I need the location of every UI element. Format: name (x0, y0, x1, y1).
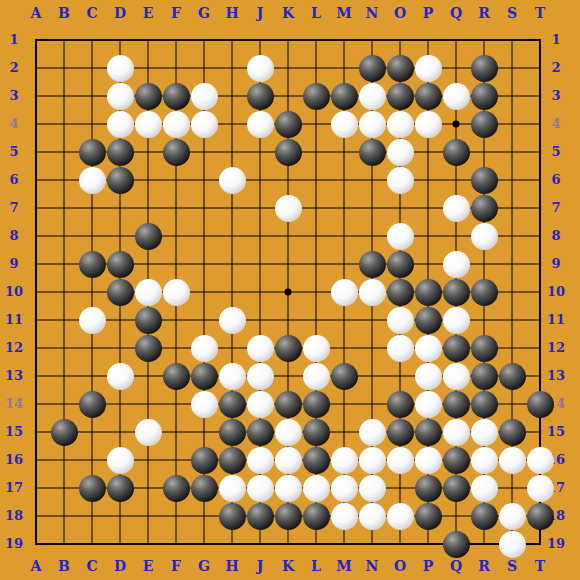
intersection-C5[interactable] (78, 138, 106, 166)
intersection-K3[interactable] (274, 82, 302, 110)
intersection-S8[interactable] (498, 222, 526, 250)
intersection-Q17[interactable] (442, 474, 470, 502)
intersection-P3[interactable] (414, 82, 442, 110)
intersection-F15[interactable] (162, 418, 190, 446)
intersection-E2[interactable] (134, 54, 162, 82)
intersection-C6[interactable] (78, 166, 106, 194)
intersection-K18[interactable] (274, 502, 302, 530)
intersection-Q3[interactable] (442, 82, 470, 110)
intersection-S7[interactable] (498, 194, 526, 222)
intersection-S13[interactable] (498, 362, 526, 390)
intersection-T18[interactable] (526, 502, 554, 530)
intersection-H2[interactable] (218, 54, 246, 82)
intersection-F6[interactable] (162, 166, 190, 194)
intersection-G4[interactable] (190, 110, 218, 138)
intersection-F12[interactable] (162, 334, 190, 362)
intersection-O1[interactable] (386, 26, 414, 54)
intersection-C17[interactable] (78, 474, 106, 502)
intersection-G14[interactable] (190, 390, 218, 418)
intersection-E16[interactable] (134, 446, 162, 474)
intersection-M7[interactable] (330, 194, 358, 222)
intersection-J14[interactable] (246, 390, 274, 418)
intersection-S15[interactable] (498, 418, 526, 446)
intersection-P17[interactable] (414, 474, 442, 502)
intersection-F14[interactable] (162, 390, 190, 418)
intersection-C8[interactable] (78, 222, 106, 250)
intersection-J1[interactable] (246, 26, 274, 54)
intersection-C10[interactable] (78, 278, 106, 306)
intersection-K13[interactable] (274, 362, 302, 390)
intersection-R16[interactable] (470, 446, 498, 474)
intersection-E6[interactable] (134, 166, 162, 194)
intersection-J13[interactable] (246, 362, 274, 390)
intersection-C18[interactable] (78, 502, 106, 530)
intersection-T14[interactable] (526, 390, 554, 418)
intersection-E5[interactable] (134, 138, 162, 166)
intersection-H5[interactable] (218, 138, 246, 166)
intersection-O12[interactable] (386, 334, 414, 362)
intersection-O16[interactable] (386, 446, 414, 474)
intersection-B18[interactable] (50, 502, 78, 530)
intersection-H19[interactable] (218, 530, 246, 558)
intersection-J15[interactable] (246, 418, 274, 446)
intersection-T17[interactable] (526, 474, 554, 502)
intersection-G6[interactable] (190, 166, 218, 194)
intersection-L9[interactable] (302, 250, 330, 278)
intersection-P15[interactable] (414, 418, 442, 446)
intersection-B6[interactable] (50, 166, 78, 194)
intersection-T1[interactable] (526, 26, 554, 54)
intersection-T2[interactable] (526, 54, 554, 82)
intersection-D19[interactable] (106, 530, 134, 558)
intersection-N17[interactable] (358, 474, 386, 502)
intersection-J17[interactable] (246, 474, 274, 502)
intersection-N3[interactable] (358, 82, 386, 110)
intersection-E3[interactable] (134, 82, 162, 110)
intersection-C12[interactable] (78, 334, 106, 362)
intersection-C11[interactable] (78, 306, 106, 334)
intersection-O8[interactable] (386, 222, 414, 250)
intersection-G1[interactable] (190, 26, 218, 54)
intersection-Q18[interactable] (442, 502, 470, 530)
intersection-H18[interactable] (218, 502, 246, 530)
intersection-S9[interactable] (498, 250, 526, 278)
intersection-S16[interactable] (498, 446, 526, 474)
intersection-H15[interactable] (218, 418, 246, 446)
intersection-O10[interactable] (386, 278, 414, 306)
intersection-S19[interactable] (498, 530, 526, 558)
intersection-B17[interactable] (50, 474, 78, 502)
intersection-F11[interactable] (162, 306, 190, 334)
intersection-P11[interactable] (414, 306, 442, 334)
intersection-N15[interactable] (358, 418, 386, 446)
intersection-A8[interactable] (22, 222, 50, 250)
intersection-B5[interactable] (50, 138, 78, 166)
intersection-S1[interactable] (498, 26, 526, 54)
intersection-A9[interactable] (22, 250, 50, 278)
intersection-F19[interactable] (162, 530, 190, 558)
intersection-L15[interactable] (302, 418, 330, 446)
intersection-P13[interactable] (414, 362, 442, 390)
intersection-L18[interactable] (302, 502, 330, 530)
intersection-A10[interactable] (22, 278, 50, 306)
intersection-O18[interactable] (386, 502, 414, 530)
intersection-B19[interactable] (50, 530, 78, 558)
intersection-G7[interactable] (190, 194, 218, 222)
intersection-O2[interactable] (386, 54, 414, 82)
intersection-G5[interactable] (190, 138, 218, 166)
intersection-T11[interactable] (526, 306, 554, 334)
intersection-B16[interactable] (50, 446, 78, 474)
intersection-E19[interactable] (134, 530, 162, 558)
intersection-R5[interactable] (470, 138, 498, 166)
intersection-D5[interactable] (106, 138, 134, 166)
intersection-K10[interactable] (274, 278, 302, 306)
intersection-O19[interactable] (386, 530, 414, 558)
intersection-D12[interactable] (106, 334, 134, 362)
intersection-M17[interactable] (330, 474, 358, 502)
intersection-H13[interactable] (218, 362, 246, 390)
intersection-G17[interactable] (190, 474, 218, 502)
intersection-G10[interactable] (190, 278, 218, 306)
intersection-G8[interactable] (190, 222, 218, 250)
intersection-D6[interactable] (106, 166, 134, 194)
intersection-L5[interactable] (302, 138, 330, 166)
intersection-K12[interactable] (274, 334, 302, 362)
intersection-M3[interactable] (330, 82, 358, 110)
intersection-Q9[interactable] (442, 250, 470, 278)
intersection-D3[interactable] (106, 82, 134, 110)
intersection-J7[interactable] (246, 194, 274, 222)
intersection-N10[interactable] (358, 278, 386, 306)
intersection-L8[interactable] (302, 222, 330, 250)
intersection-O4[interactable] (386, 110, 414, 138)
intersection-N8[interactable] (358, 222, 386, 250)
intersection-P19[interactable] (414, 530, 442, 558)
intersection-P7[interactable] (414, 194, 442, 222)
intersection-T16[interactable] (526, 446, 554, 474)
intersection-S5[interactable] (498, 138, 526, 166)
intersection-B9[interactable] (50, 250, 78, 278)
intersection-H1[interactable] (218, 26, 246, 54)
intersection-E14[interactable] (134, 390, 162, 418)
intersection-O5[interactable] (386, 138, 414, 166)
intersection-C7[interactable] (78, 194, 106, 222)
intersection-S14[interactable] (498, 390, 526, 418)
intersection-N14[interactable] (358, 390, 386, 418)
intersection-A7[interactable] (22, 194, 50, 222)
intersection-J11[interactable] (246, 306, 274, 334)
intersection-M2[interactable] (330, 54, 358, 82)
intersection-J12[interactable] (246, 334, 274, 362)
intersection-K9[interactable] (274, 250, 302, 278)
intersection-Q7[interactable] (442, 194, 470, 222)
intersection-T7[interactable] (526, 194, 554, 222)
intersection-R17[interactable] (470, 474, 498, 502)
intersection-D13[interactable] (106, 362, 134, 390)
intersection-L6[interactable] (302, 166, 330, 194)
intersection-O11[interactable] (386, 306, 414, 334)
intersection-F1[interactable] (162, 26, 190, 54)
intersection-F13[interactable] (162, 362, 190, 390)
intersection-R8[interactable] (470, 222, 498, 250)
intersection-O7[interactable] (386, 194, 414, 222)
intersection-E8[interactable] (134, 222, 162, 250)
intersection-R6[interactable] (470, 166, 498, 194)
intersection-H3[interactable] (218, 82, 246, 110)
intersection-D9[interactable] (106, 250, 134, 278)
intersection-A3[interactable] (22, 82, 50, 110)
intersection-E15[interactable] (134, 418, 162, 446)
intersection-B1[interactable] (50, 26, 78, 54)
intersection-T3[interactable] (526, 82, 554, 110)
intersection-P8[interactable] (414, 222, 442, 250)
intersection-T12[interactable] (526, 334, 554, 362)
intersection-A2[interactable] (22, 54, 50, 82)
intersection-E4[interactable] (134, 110, 162, 138)
intersection-N6[interactable] (358, 166, 386, 194)
intersection-R10[interactable] (470, 278, 498, 306)
intersection-F8[interactable] (162, 222, 190, 250)
intersection-Q10[interactable] (442, 278, 470, 306)
intersection-L11[interactable] (302, 306, 330, 334)
intersection-P1[interactable] (414, 26, 442, 54)
intersection-O13[interactable] (386, 362, 414, 390)
intersection-E1[interactable] (134, 26, 162, 54)
intersection-M19[interactable] (330, 530, 358, 558)
intersection-A19[interactable] (22, 530, 50, 558)
intersection-H9[interactable] (218, 250, 246, 278)
intersection-M10[interactable] (330, 278, 358, 306)
intersection-C14[interactable] (78, 390, 106, 418)
intersection-K5[interactable] (274, 138, 302, 166)
intersection-B11[interactable] (50, 306, 78, 334)
intersection-T15[interactable] (526, 418, 554, 446)
intersection-D17[interactable] (106, 474, 134, 502)
intersection-R9[interactable] (470, 250, 498, 278)
intersection-K4[interactable] (274, 110, 302, 138)
intersection-S17[interactable] (498, 474, 526, 502)
intersection-N9[interactable] (358, 250, 386, 278)
intersection-A6[interactable] (22, 166, 50, 194)
intersection-C1[interactable] (78, 26, 106, 54)
intersection-P6[interactable] (414, 166, 442, 194)
intersection-L3[interactable] (302, 82, 330, 110)
intersection-O14[interactable] (386, 390, 414, 418)
intersection-G15[interactable] (190, 418, 218, 446)
intersection-N18[interactable] (358, 502, 386, 530)
intersection-K11[interactable] (274, 306, 302, 334)
intersection-K8[interactable] (274, 222, 302, 250)
intersection-Q19[interactable] (442, 530, 470, 558)
intersection-O9[interactable] (386, 250, 414, 278)
intersection-Q13[interactable] (442, 362, 470, 390)
intersection-R18[interactable] (470, 502, 498, 530)
intersection-O15[interactable] (386, 418, 414, 446)
intersection-R14[interactable] (470, 390, 498, 418)
intersection-M4[interactable] (330, 110, 358, 138)
intersection-N4[interactable] (358, 110, 386, 138)
intersection-A17[interactable] (22, 474, 50, 502)
intersection-Q5[interactable] (442, 138, 470, 166)
intersection-J4[interactable] (246, 110, 274, 138)
intersection-F16[interactable] (162, 446, 190, 474)
intersection-L14[interactable] (302, 390, 330, 418)
intersection-Q15[interactable] (442, 418, 470, 446)
intersection-E18[interactable] (134, 502, 162, 530)
intersection-J3[interactable] (246, 82, 274, 110)
intersection-K7[interactable] (274, 194, 302, 222)
intersection-M11[interactable] (330, 306, 358, 334)
intersection-N5[interactable] (358, 138, 386, 166)
intersection-A12[interactable] (22, 334, 50, 362)
intersection-B15[interactable] (50, 418, 78, 446)
intersection-L7[interactable] (302, 194, 330, 222)
intersection-H4[interactable] (218, 110, 246, 138)
intersection-C13[interactable] (78, 362, 106, 390)
intersection-J2[interactable] (246, 54, 274, 82)
intersection-H8[interactable] (218, 222, 246, 250)
intersection-B14[interactable] (50, 390, 78, 418)
intersection-Q11[interactable] (442, 306, 470, 334)
intersection-D10[interactable] (106, 278, 134, 306)
intersection-Q2[interactable] (442, 54, 470, 82)
intersection-T19[interactable] (526, 530, 554, 558)
intersection-S3[interactable] (498, 82, 526, 110)
intersection-A15[interactable] (22, 418, 50, 446)
intersection-L17[interactable] (302, 474, 330, 502)
intersection-A11[interactable] (22, 306, 50, 334)
intersection-H14[interactable] (218, 390, 246, 418)
intersection-S11[interactable] (498, 306, 526, 334)
intersection-E10[interactable] (134, 278, 162, 306)
intersection-L13[interactable] (302, 362, 330, 390)
intersection-G11[interactable] (190, 306, 218, 334)
intersection-K6[interactable] (274, 166, 302, 194)
intersection-O3[interactable] (386, 82, 414, 110)
intersection-Q1[interactable] (442, 26, 470, 54)
intersection-D11[interactable] (106, 306, 134, 334)
intersection-B3[interactable] (50, 82, 78, 110)
intersection-C2[interactable] (78, 54, 106, 82)
intersection-T8[interactable] (526, 222, 554, 250)
intersection-R15[interactable] (470, 418, 498, 446)
intersection-M8[interactable] (330, 222, 358, 250)
intersection-A1[interactable] (22, 26, 50, 54)
intersection-P2[interactable] (414, 54, 442, 82)
intersection-F18[interactable] (162, 502, 190, 530)
intersection-C19[interactable] (78, 530, 106, 558)
intersection-D16[interactable] (106, 446, 134, 474)
intersection-F17[interactable] (162, 474, 190, 502)
intersection-T4[interactable] (526, 110, 554, 138)
intersection-L1[interactable] (302, 26, 330, 54)
intersection-S12[interactable] (498, 334, 526, 362)
intersection-D4[interactable] (106, 110, 134, 138)
intersection-G13[interactable] (190, 362, 218, 390)
intersection-Q4[interactable] (442, 110, 470, 138)
intersection-N13[interactable] (358, 362, 386, 390)
intersection-L2[interactable] (302, 54, 330, 82)
intersection-M18[interactable] (330, 502, 358, 530)
intersection-Q8[interactable] (442, 222, 470, 250)
intersection-M1[interactable] (330, 26, 358, 54)
intersection-F10[interactable] (162, 278, 190, 306)
intersection-E11[interactable] (134, 306, 162, 334)
intersection-S2[interactable] (498, 54, 526, 82)
intersection-R2[interactable] (470, 54, 498, 82)
intersection-K16[interactable] (274, 446, 302, 474)
intersection-L10[interactable] (302, 278, 330, 306)
intersection-B8[interactable] (50, 222, 78, 250)
intersection-S4[interactable] (498, 110, 526, 138)
intersection-N2[interactable] (358, 54, 386, 82)
intersection-B4[interactable] (50, 110, 78, 138)
intersection-F2[interactable] (162, 54, 190, 82)
intersection-H10[interactable] (218, 278, 246, 306)
intersection-N16[interactable] (358, 446, 386, 474)
intersection-R7[interactable] (470, 194, 498, 222)
intersection-J16[interactable] (246, 446, 274, 474)
intersection-K17[interactable] (274, 474, 302, 502)
intersection-E7[interactable] (134, 194, 162, 222)
intersection-F4[interactable] (162, 110, 190, 138)
intersection-Q12[interactable] (442, 334, 470, 362)
intersection-D8[interactable] (106, 222, 134, 250)
intersection-A5[interactable] (22, 138, 50, 166)
intersection-N1[interactable] (358, 26, 386, 54)
intersection-H17[interactable] (218, 474, 246, 502)
intersection-F5[interactable] (162, 138, 190, 166)
intersection-O17[interactable] (386, 474, 414, 502)
intersection-J18[interactable] (246, 502, 274, 530)
intersection-D2[interactable] (106, 54, 134, 82)
intersection-T9[interactable] (526, 250, 554, 278)
intersection-R11[interactable] (470, 306, 498, 334)
intersection-P14[interactable] (414, 390, 442, 418)
intersection-T10[interactable] (526, 278, 554, 306)
intersection-D15[interactable] (106, 418, 134, 446)
intersection-C4[interactable] (78, 110, 106, 138)
intersection-C9[interactable] (78, 250, 106, 278)
intersection-K2[interactable] (274, 54, 302, 82)
intersection-A13[interactable] (22, 362, 50, 390)
intersection-D7[interactable] (106, 194, 134, 222)
intersection-M16[interactable] (330, 446, 358, 474)
intersection-Q14[interactable] (442, 390, 470, 418)
intersection-R4[interactable] (470, 110, 498, 138)
intersection-D14[interactable] (106, 390, 134, 418)
intersection-Q16[interactable] (442, 446, 470, 474)
intersection-T6[interactable] (526, 166, 554, 194)
intersection-K15[interactable] (274, 418, 302, 446)
intersection-B10[interactable] (50, 278, 78, 306)
intersection-J5[interactable] (246, 138, 274, 166)
intersection-M14[interactable] (330, 390, 358, 418)
intersection-A14[interactable] (22, 390, 50, 418)
intersection-S6[interactable] (498, 166, 526, 194)
intersection-B12[interactable] (50, 334, 78, 362)
intersection-H16[interactable] (218, 446, 246, 474)
intersection-E12[interactable] (134, 334, 162, 362)
intersection-B7[interactable] (50, 194, 78, 222)
intersection-N12[interactable] (358, 334, 386, 362)
intersection-M6[interactable] (330, 166, 358, 194)
intersection-L16[interactable] (302, 446, 330, 474)
intersection-M12[interactable] (330, 334, 358, 362)
intersection-D18[interactable] (106, 502, 134, 530)
intersection-M13[interactable] (330, 362, 358, 390)
